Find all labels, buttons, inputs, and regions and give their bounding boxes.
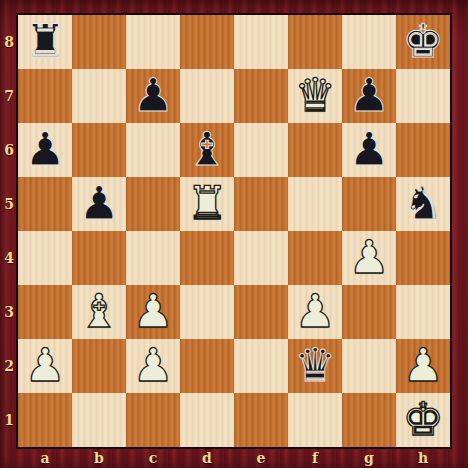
square-b4[interactable] — [72, 231, 126, 285]
square-e5[interactable] — [234, 177, 288, 231]
square-f1[interactable] — [288, 393, 342, 447]
square-f3[interactable]: ♟ — [288, 285, 342, 339]
square-a1[interactable] — [18, 393, 72, 447]
square-d2[interactable] — [180, 339, 234, 393]
square-d4[interactable] — [180, 231, 234, 285]
square-g3[interactable] — [342, 285, 396, 339]
square-f6[interactable] — [288, 123, 342, 177]
square-b5[interactable]: ♟ — [72, 177, 126, 231]
square-e1[interactable] — [234, 393, 288, 447]
square-c7[interactable]: ♟ — [126, 69, 180, 123]
rank-label-7: 7 — [0, 69, 18, 123]
square-h7[interactable] — [396, 69, 450, 123]
square-d1[interactable] — [180, 393, 234, 447]
piece-black-knight[interactable]: ♞ — [402, 176, 443, 230]
square-c1[interactable] — [126, 393, 180, 447]
piece-black-queen[interactable]: ♛ — [294, 338, 335, 392]
square-f7[interactable]: ♛ — [288, 69, 342, 123]
file-label-b: b — [72, 447, 126, 468]
rank-labels: 87654321 — [0, 15, 18, 447]
piece-black-king[interactable]: ♚ — [402, 14, 443, 68]
square-a6[interactable]: ♟ — [18, 123, 72, 177]
square-e6[interactable] — [234, 123, 288, 177]
square-d3[interactable] — [180, 285, 234, 339]
square-c2[interactable]: ♟ — [126, 339, 180, 393]
piece-black-pawn[interactable]: ♟ — [348, 122, 389, 176]
square-g5[interactable] — [342, 177, 396, 231]
chess-board: ♜♚♟♛♟♟♝♟♟♜♞♟♝♟♟♟♟♛♟♚ — [18, 15, 450, 447]
piece-white-pawn[interactable]: ♟ — [132, 338, 173, 392]
square-a2[interactable]: ♟ — [18, 339, 72, 393]
square-h6[interactable] — [396, 123, 450, 177]
piece-black-pawn[interactable]: ♟ — [132, 68, 173, 122]
piece-white-queen[interactable]: ♛ — [294, 68, 335, 122]
rank-label-6: 6 — [0, 123, 18, 177]
square-g1[interactable] — [342, 393, 396, 447]
piece-white-pawn[interactable]: ♟ — [24, 338, 65, 392]
piece-black-pawn[interactable]: ♟ — [24, 122, 65, 176]
square-g7[interactable]: ♟ — [342, 69, 396, 123]
piece-black-pawn[interactable]: ♟ — [78, 176, 119, 230]
rank-label-4: 4 — [0, 231, 18, 285]
square-h4[interactable] — [396, 231, 450, 285]
square-g2[interactable] — [342, 339, 396, 393]
square-c3[interactable]: ♟ — [126, 285, 180, 339]
square-c5[interactable] — [126, 177, 180, 231]
square-d6[interactable]: ♝ — [180, 123, 234, 177]
rank-label-5: 5 — [0, 177, 18, 231]
square-c4[interactable] — [126, 231, 180, 285]
square-e3[interactable] — [234, 285, 288, 339]
square-g4[interactable]: ♟ — [342, 231, 396, 285]
rank-label-3: 3 — [0, 285, 18, 339]
square-c6[interactable] — [126, 123, 180, 177]
square-d8[interactable] — [180, 15, 234, 69]
square-d5[interactable]: ♜ — [180, 177, 234, 231]
square-b2[interactable] — [72, 339, 126, 393]
square-b8[interactable] — [72, 15, 126, 69]
square-a3[interactable] — [18, 285, 72, 339]
piece-white-pawn[interactable]: ♟ — [294, 284, 335, 338]
square-h2[interactable]: ♟ — [396, 339, 450, 393]
square-d7[interactable] — [180, 69, 234, 123]
square-e2[interactable] — [234, 339, 288, 393]
piece-black-bishop[interactable]: ♝ — [186, 122, 227, 176]
rank-label-2: 2 — [0, 339, 18, 393]
square-h5[interactable]: ♞ — [396, 177, 450, 231]
square-h8[interactable]: ♚ — [396, 15, 450, 69]
square-g6[interactable]: ♟ — [342, 123, 396, 177]
piece-white-bishop[interactable]: ♝ — [78, 284, 119, 338]
square-e7[interactable] — [234, 69, 288, 123]
square-h1[interactable]: ♚ — [396, 393, 450, 447]
file-labels: abcdefgh — [18, 447, 450, 468]
square-a5[interactable] — [18, 177, 72, 231]
square-b1[interactable] — [72, 393, 126, 447]
square-a4[interactable] — [18, 231, 72, 285]
rank-label-8: 8 — [0, 15, 18, 69]
square-h3[interactable] — [396, 285, 450, 339]
square-f8[interactable] — [288, 15, 342, 69]
piece-white-pawn[interactable]: ♟ — [348, 230, 389, 284]
square-g8[interactable] — [342, 15, 396, 69]
square-a7[interactable] — [18, 69, 72, 123]
square-a8[interactable]: ♜ — [18, 15, 72, 69]
square-e8[interactable] — [234, 15, 288, 69]
square-b6[interactable] — [72, 123, 126, 177]
square-c8[interactable] — [126, 15, 180, 69]
square-e4[interactable] — [234, 231, 288, 285]
file-label-f: f — [288, 447, 342, 468]
file-label-c: c — [126, 447, 180, 468]
piece-white-king[interactable]: ♚ — [402, 392, 443, 446]
square-f4[interactable] — [288, 231, 342, 285]
square-f5[interactable] — [288, 177, 342, 231]
piece-black-pawn[interactable]: ♟ — [348, 68, 389, 122]
square-f2[interactable]: ♛ — [288, 339, 342, 393]
piece-white-pawn[interactable]: ♟ — [132, 284, 173, 338]
file-label-a: a — [18, 447, 72, 468]
square-b3[interactable]: ♝ — [72, 285, 126, 339]
piece-white-rook[interactable]: ♜ — [186, 176, 227, 230]
square-b7[interactable] — [72, 69, 126, 123]
file-label-g: g — [342, 447, 396, 468]
file-label-e: e — [234, 447, 288, 468]
chess-diagram: 87654321 ♜♚♟♛♟♟♝♟♟♜♞♟♝♟♟♟♟♛♟♚ abcdefgh — [0, 0, 468, 468]
file-label-h: h — [396, 447, 450, 468]
piece-black-rook[interactable]: ♜ — [24, 14, 65, 68]
piece-white-pawn[interactable]: ♟ — [402, 338, 443, 392]
file-label-d: d — [180, 447, 234, 468]
rank-label-1: 1 — [0, 393, 18, 447]
